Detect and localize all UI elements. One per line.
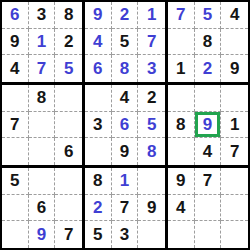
sudoku-cell[interactable]: 1 (221, 112, 248, 139)
sudoku-cell[interactable]: 8 (55, 2, 82, 29)
sudoku-cell[interactable]: 2 (112, 2, 139, 29)
sudoku-cell[interactable]: 5 (55, 55, 82, 82)
sudoku-cell[interactable]: 4 (195, 138, 222, 165)
sudoku-box: 89147 (168, 85, 248, 165)
sudoku-cell[interactable]: 8 (138, 138, 165, 165)
sudoku-cell[interactable]: 3 (112, 221, 139, 248)
sudoku-cell[interactable]: 7 (29, 55, 56, 82)
sudoku-cell[interactable]: 1 (112, 168, 139, 195)
sudoku-cell[interactable] (195, 221, 222, 248)
sudoku-cell[interactable] (168, 221, 195, 248)
sudoku-cell[interactable] (2, 221, 29, 248)
sudoku-cell[interactable]: 3 (85, 112, 112, 139)
sudoku-cell[interactable] (195, 195, 222, 222)
sudoku-cell[interactable] (168, 29, 195, 56)
sudoku-cell[interactable]: 5 (138, 112, 165, 139)
sudoku-cell[interactable]: 6 (55, 138, 82, 165)
sudoku-cell[interactable]: 9 (138, 195, 165, 222)
sudoku-cell[interactable] (168, 85, 195, 112)
sudoku-cell[interactable]: 8 (195, 29, 222, 56)
sudoku-cell[interactable] (221, 85, 248, 112)
sudoku-cell[interactable] (221, 221, 248, 248)
sudoku-cell[interactable] (29, 112, 56, 139)
sudoku-cell[interactable]: 9 (29, 221, 56, 248)
sudoku-cell[interactable]: 7 (168, 2, 195, 29)
sudoku-cell[interactable]: 4 (221, 2, 248, 29)
sudoku-cell[interactable]: 6 (85, 55, 112, 82)
sudoku-cell[interactable]: 6 (112, 112, 139, 139)
sudoku-cell[interactable]: 1 (168, 55, 195, 82)
sudoku-board: 6389124759214576837548129876423659889147… (0, 0, 250, 250)
sudoku-box: 638912475 (2, 2, 82, 82)
sudoku-cell[interactable] (29, 168, 56, 195)
sudoku-cell[interactable] (221, 168, 248, 195)
sudoku-cell[interactable]: 4 (112, 85, 139, 112)
sudoku-cell[interactable] (55, 85, 82, 112)
sudoku-box: 5697 (2, 168, 82, 248)
sudoku-cell[interactable]: 4 (85, 29, 112, 56)
sudoku-cell[interactable]: 9 (85, 2, 112, 29)
sudoku-cell[interactable]: 6 (2, 2, 29, 29)
sudoku-cell[interactable]: 8 (168, 112, 195, 139)
sudoku-box: 8127953 (85, 168, 165, 248)
sudoku-cell[interactable]: 2 (85, 195, 112, 222)
sudoku-cell[interactable] (2, 85, 29, 112)
sudoku-box: 876 (2, 85, 82, 165)
sudoku-cell[interactable] (221, 29, 248, 56)
sudoku-box: 7548129 (168, 2, 248, 82)
sudoku-cell[interactable]: 1 (29, 29, 56, 56)
sudoku-cell[interactable]: 7 (2, 112, 29, 139)
sudoku-cell[interactable]: 9 (168, 168, 195, 195)
sudoku-cell[interactable]: 5 (195, 2, 222, 29)
sudoku-cell[interactable]: 2 (55, 29, 82, 56)
sudoku-cell[interactable]: 2 (195, 55, 222, 82)
sudoku-cell[interactable]: 5 (85, 221, 112, 248)
sudoku-cell[interactable]: 1 (138, 2, 165, 29)
sudoku-cell[interactable] (55, 112, 82, 139)
sudoku-cell[interactable] (138, 168, 165, 195)
sudoku-cell[interactable] (138, 221, 165, 248)
sudoku-box: 921457683 (85, 2, 165, 82)
sudoku-cell[interactable]: 8 (112, 55, 139, 82)
sudoku-cell[interactable] (29, 138, 56, 165)
selected-cell[interactable]: 9 (195, 112, 222, 139)
sudoku-cell[interactable] (85, 85, 112, 112)
sudoku-cell[interactable]: 2 (138, 85, 165, 112)
sudoku-cell[interactable]: 8 (85, 168, 112, 195)
sudoku-cell[interactable] (2, 138, 29, 165)
sudoku-cell[interactable]: 7 (221, 138, 248, 165)
sudoku-cell[interactable]: 3 (138, 55, 165, 82)
sudoku-cell[interactable]: 9 (221, 55, 248, 82)
sudoku-cell[interactable]: 9 (2, 29, 29, 56)
sudoku-cell[interactable] (2, 195, 29, 222)
sudoku-cell[interactable]: 5 (112, 29, 139, 56)
sudoku-cell[interactable]: 4 (168, 195, 195, 222)
sudoku-cell[interactable] (55, 168, 82, 195)
sudoku-cell[interactable]: 7 (55, 221, 82, 248)
sudoku-cell[interactable]: 4 (2, 55, 29, 82)
sudoku-cell[interactable]: 3 (29, 2, 56, 29)
sudoku-cell[interactable] (55, 195, 82, 222)
sudoku-cell[interactable] (221, 195, 248, 222)
sudoku-cell[interactable] (195, 85, 222, 112)
sudoku-box: 974 (168, 168, 248, 248)
sudoku-cell[interactable] (85, 138, 112, 165)
sudoku-cell[interactable] (168, 138, 195, 165)
sudoku-cell[interactable]: 6 (29, 195, 56, 222)
sudoku-cell[interactable]: 8 (29, 85, 56, 112)
sudoku-cell[interactable]: 9 (112, 138, 139, 165)
sudoku-cell[interactable]: 5 (2, 168, 29, 195)
sudoku-cell[interactable]: 7 (138, 29, 165, 56)
sudoku-cell[interactable]: 7 (112, 195, 139, 222)
sudoku-cell[interactable]: 7 (195, 168, 222, 195)
sudoku-box: 4236598 (85, 85, 165, 165)
